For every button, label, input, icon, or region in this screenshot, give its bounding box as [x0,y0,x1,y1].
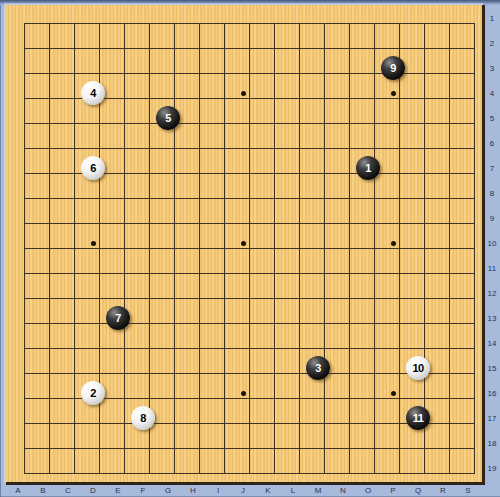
stone-black-3: 3 [306,356,330,380]
stone-black-5: 5 [156,106,180,130]
column-label: E [115,486,120,495]
column-label: N [340,486,346,495]
row-label: 2 [490,39,494,48]
column-label: K [265,486,270,495]
row-label: 15 [488,364,497,373]
row-label: 14 [488,339,497,348]
row-label: 5 [490,114,494,123]
column-label: A [15,486,20,495]
stone-black-9: 9 [381,56,405,80]
column-label: R [440,486,446,495]
row-label: 8 [490,189,494,198]
stone-white-4: 4 [81,81,105,105]
hoshi-point [391,391,396,396]
column-label: B [40,486,45,495]
column-label: D [90,486,96,495]
hoshi-point [91,241,96,246]
column-label: P [390,486,395,495]
column-label: C [65,486,71,495]
column-label: M [315,486,322,495]
column-label: J [241,486,245,495]
row-label: 9 [490,214,494,223]
stone-white-2: 2 [81,381,105,405]
row-label: 13 [488,314,497,323]
column-label: S [465,486,470,495]
column-label: G [165,486,171,495]
column-label: F [141,486,146,495]
row-label: 17 [488,414,497,423]
row-label: 18 [488,439,497,448]
stone-black-7: 7 [106,306,130,330]
stone-white-10: 10 [406,356,430,380]
stone-white-8: 8 [131,406,155,430]
row-label: 16 [488,389,497,398]
column-label: L [291,486,295,495]
stone-black-11: 11 [406,406,430,430]
hoshi-point [241,91,246,96]
row-label: 3 [490,64,494,73]
stone-black-1: 1 [356,156,380,180]
row-label: 19 [488,464,497,473]
row-label: 4 [490,89,494,98]
row-label: 10 [488,239,497,248]
column-label: Q [415,486,421,495]
column-label: O [365,486,371,495]
row-label: 12 [488,289,497,298]
column-label: I [217,486,219,495]
hoshi-point [241,241,246,246]
hoshi-point [241,391,246,396]
column-label: H [190,486,196,495]
row-label: 7 [490,164,494,173]
row-label: 1 [490,14,494,23]
go-diagram: ABCDEFGHIJKLMNOPQRS 12345678910111213141… [0,0,500,497]
hoshi-point [391,91,396,96]
row-label: 11 [488,264,496,273]
hoshi-point [391,241,396,246]
row-label: 6 [490,139,494,148]
stone-white-6: 6 [81,156,105,180]
